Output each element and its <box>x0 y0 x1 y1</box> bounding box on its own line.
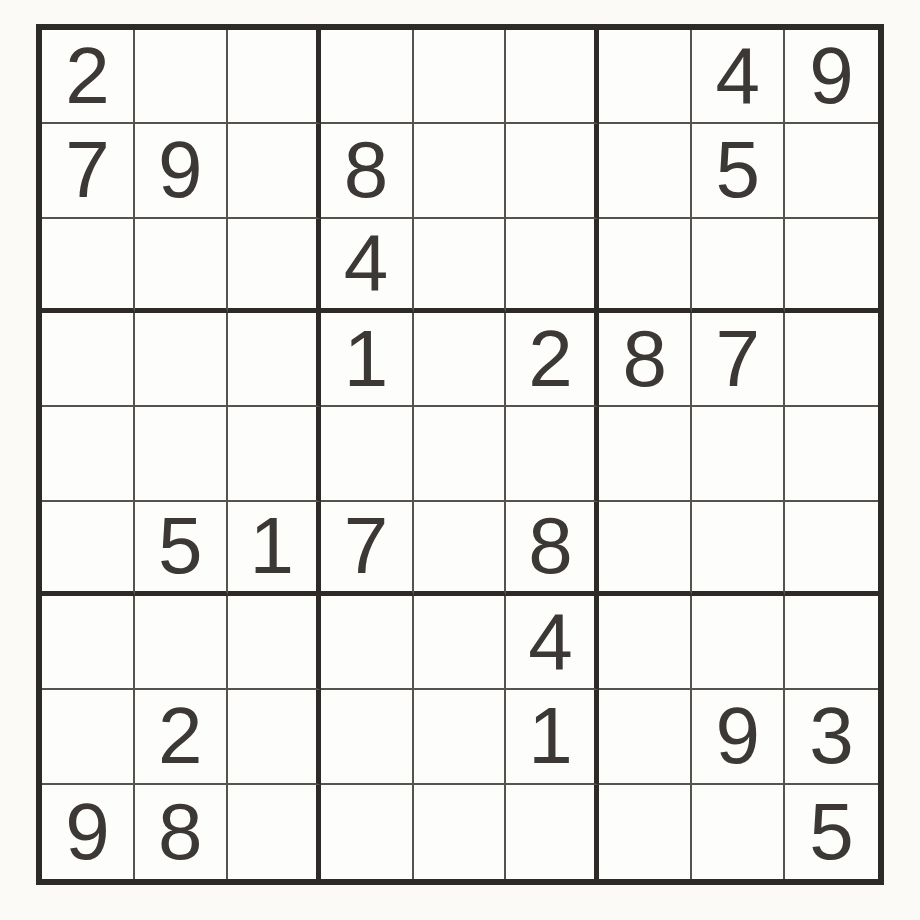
cell-r7c9[interactable] <box>785 596 878 690</box>
cell-r9c7[interactable] <box>599 785 692 879</box>
cell-r4c5[interactable] <box>414 313 507 407</box>
cell-r5c8[interactable] <box>692 407 785 501</box>
cell-r8c2[interactable]: 2 <box>135 690 228 784</box>
cell-r4c7[interactable]: 8 <box>599 313 692 407</box>
cell-r7c2[interactable] <box>135 596 228 690</box>
cell-r7c7[interactable] <box>599 596 692 690</box>
cell-r3c8[interactable] <box>692 219 785 313</box>
sudoku-board: 249798541287517842193985 <box>36 24 884 885</box>
cell-r9c5[interactable] <box>414 785 507 879</box>
cell-r5c6[interactable] <box>506 407 599 501</box>
cell-r4c6[interactable]: 2 <box>506 313 599 407</box>
cell-r1c8[interactable]: 4 <box>692 30 785 124</box>
cell-r7c5[interactable] <box>414 596 507 690</box>
cell-r4c2[interactable] <box>135 313 228 407</box>
cell-r6c1[interactable] <box>42 502 135 596</box>
cell-r5c9[interactable] <box>785 407 878 501</box>
cell-r7c6[interactable]: 4 <box>506 596 599 690</box>
cell-r8c6[interactable]: 1 <box>506 690 599 784</box>
cell-r8c7[interactable] <box>599 690 692 784</box>
cell-r9c3[interactable] <box>228 785 321 879</box>
cell-r8c9[interactable]: 3 <box>785 690 878 784</box>
cell-r6c9[interactable] <box>785 502 878 596</box>
cell-r6c2[interactable]: 5 <box>135 502 228 596</box>
cell-r3c4[interactable]: 4 <box>321 219 414 313</box>
cell-r7c3[interactable] <box>228 596 321 690</box>
cell-r9c6[interactable] <box>506 785 599 879</box>
cell-r5c7[interactable] <box>599 407 692 501</box>
cell-r7c4[interactable] <box>321 596 414 690</box>
cell-r1c9[interactable]: 9 <box>785 30 878 124</box>
cell-r9c4[interactable] <box>321 785 414 879</box>
cell-r8c4[interactable] <box>321 690 414 784</box>
cell-r1c1[interactable]: 2 <box>42 30 135 124</box>
scanned-page: 249798541287517842193985 <box>0 0 920 920</box>
cell-r4c3[interactable] <box>228 313 321 407</box>
cell-r6c4[interactable]: 7 <box>321 502 414 596</box>
cell-r3c2[interactable] <box>135 219 228 313</box>
cell-r9c1[interactable]: 9 <box>42 785 135 879</box>
cell-r6c7[interactable] <box>599 502 692 596</box>
cell-r3c9[interactable] <box>785 219 878 313</box>
cell-r6c6[interactable]: 8 <box>506 502 599 596</box>
cell-r3c6[interactable] <box>506 219 599 313</box>
cell-r1c7[interactable] <box>599 30 692 124</box>
cell-r4c8[interactable]: 7 <box>692 313 785 407</box>
cell-r5c5[interactable] <box>414 407 507 501</box>
cell-r4c9[interactable] <box>785 313 878 407</box>
cell-r9c2[interactable]: 8 <box>135 785 228 879</box>
cell-r1c4[interactable] <box>321 30 414 124</box>
cell-r8c3[interactable] <box>228 690 321 784</box>
cell-r2c1[interactable]: 7 <box>42 124 135 218</box>
cell-r8c5[interactable] <box>414 690 507 784</box>
cell-r2c4[interactable]: 8 <box>321 124 414 218</box>
cell-r1c2[interactable] <box>135 30 228 124</box>
cell-r5c1[interactable] <box>42 407 135 501</box>
cell-r5c2[interactable] <box>135 407 228 501</box>
cell-r7c1[interactable] <box>42 596 135 690</box>
cell-r3c1[interactable] <box>42 219 135 313</box>
cell-r1c3[interactable] <box>228 30 321 124</box>
cell-r8c1[interactable] <box>42 690 135 784</box>
cell-r9c9[interactable]: 5 <box>785 785 878 879</box>
cell-r3c5[interactable] <box>414 219 507 313</box>
cell-r2c7[interactable] <box>599 124 692 218</box>
cell-r2c3[interactable] <box>228 124 321 218</box>
cell-r3c3[interactable] <box>228 219 321 313</box>
cell-r4c1[interactable] <box>42 313 135 407</box>
cell-r6c5[interactable] <box>414 502 507 596</box>
cell-r9c8[interactable] <box>692 785 785 879</box>
cell-r7c8[interactable] <box>692 596 785 690</box>
cell-r1c6[interactable] <box>506 30 599 124</box>
cell-r1c5[interactable] <box>414 30 507 124</box>
cell-r6c3[interactable]: 1 <box>228 502 321 596</box>
cell-r4c4[interactable]: 1 <box>321 313 414 407</box>
cell-r8c8[interactable]: 9 <box>692 690 785 784</box>
cell-r5c3[interactable] <box>228 407 321 501</box>
cell-r2c2[interactable]: 9 <box>135 124 228 218</box>
cell-r6c8[interactable] <box>692 502 785 596</box>
cell-r2c9[interactable] <box>785 124 878 218</box>
cell-r2c8[interactable]: 5 <box>692 124 785 218</box>
cell-r2c6[interactable] <box>506 124 599 218</box>
cell-r2c5[interactable] <box>414 124 507 218</box>
cell-r3c7[interactable] <box>599 219 692 313</box>
cell-r5c4[interactable] <box>321 407 414 501</box>
